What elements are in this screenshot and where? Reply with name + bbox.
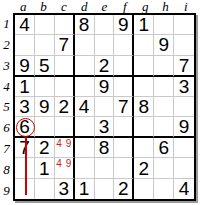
cell-c2[interactable]: 7 [55,35,75,55]
cell-c5[interactable]: 2 [55,97,75,117]
cell-d9[interactable]: 1 [75,179,95,199]
row-label-4: 4 [3,80,10,93]
cell-b6[interactable] [35,117,55,138]
column-label-b: b [40,0,47,13]
cell-h7[interactable]: 6 [154,138,174,158]
cell-a4[interactable]: 1 [15,77,35,97]
cell-a5[interactable]: 3 [15,97,35,117]
row-label-3: 3 [3,59,10,72]
cell-i1[interactable] [174,15,194,35]
pencil-marks-c7: 49 [55,139,73,149]
cell-c4[interactable] [55,77,75,97]
cell-i9[interactable]: 4 [174,179,194,199]
row-label-8: 8 [3,163,10,176]
cell-f6[interactable] [114,117,134,138]
cell-b3[interactable]: 5 [35,56,55,77]
cell-h9[interactable] [154,179,174,199]
cell-e7[interactable]: 8 [95,138,115,158]
column-label-h: h [162,0,169,13]
cell-b2[interactable] [35,35,55,55]
column-labels: abcdefghi [13,0,196,13]
column-label-c: c [61,0,67,13]
cell-e3[interactable]: 2 [95,56,115,77]
pencil-mark: 4 [56,139,62,149]
row-label-5: 5 [3,100,10,113]
cell-i3[interactable]: 7 [174,56,194,77]
cell-g1[interactable]: 1 [134,15,154,35]
pencil-mark: 4 [56,159,62,169]
cell-h5[interactable] [154,97,174,117]
cell-b1[interactable] [35,15,55,35]
cell-i5[interactable] [174,97,194,117]
cell-h4[interactable] [154,77,174,97]
cell-b7[interactable]: 2 [35,138,55,158]
cell-e6[interactable]: 3 [95,117,115,138]
cell-c8[interactable]: 49 [55,158,75,178]
cell-d4[interactable] [75,77,95,97]
cell-e8[interactable] [95,158,115,178]
column-label-a: a [20,0,27,13]
cell-i7[interactable] [174,138,194,158]
cell-f2[interactable] [114,35,134,55]
column-label-f: f [123,0,127,13]
cell-g8[interactable]: 2 [134,158,154,178]
column-label-d: d [81,0,88,13]
cell-a9[interactable] [15,179,35,199]
cell-h2[interactable]: 9 [154,35,174,55]
cell-c9[interactable]: 3 [55,179,75,199]
cell-d5[interactable]: 4 [75,97,95,117]
column-label-g: g [142,0,149,13]
cell-f4[interactable] [114,77,134,97]
cell-h3[interactable] [154,56,174,77]
cell-h8[interactable] [154,158,174,178]
cell-e5[interactable] [95,97,115,117]
cell-a8[interactable] [15,158,35,178]
column-label-i: i [184,0,188,13]
cell-b5[interactable]: 9 [35,97,55,117]
cell-b8[interactable]: 1 [35,158,55,178]
cell-a3[interactable]: 9 [15,56,35,77]
cell-e4[interactable]: 9 [95,77,115,97]
cell-a6[interactable]: 6 [15,117,35,138]
row-label-6: 6 [3,121,10,134]
cell-f1[interactable]: 9 [114,15,134,35]
cell-g6[interactable] [134,117,154,138]
cell-g7[interactable] [134,138,154,158]
cell-d1[interactable]: 8 [75,15,95,35]
cell-c3[interactable] [55,56,75,77]
row-label-1: 1 [3,17,10,30]
cell-i4[interactable]: 3 [174,77,194,97]
cell-i2[interactable] [174,35,194,55]
cell-g3[interactable] [134,56,154,77]
cell-d8[interactable] [75,158,95,178]
cell-b4[interactable] [35,77,55,97]
cell-g5[interactable]: 8 [134,97,154,117]
cell-c1[interactable] [55,15,75,35]
pencil-marks-c8: 49 [55,159,73,169]
cell-e1[interactable] [95,15,115,35]
row-label-9: 9 [3,184,10,197]
cell-a7[interactable]: 7 [15,138,35,158]
cell-h1[interactable] [154,15,174,35]
cell-g9[interactable] [134,179,154,199]
cell-f9[interactable]: 2 [114,179,134,199]
cell-e2[interactable] [95,35,115,55]
cell-c7[interactable]: 49 [55,138,75,158]
cell-g4[interactable] [134,77,154,97]
cell-c6[interactable] [55,117,75,138]
column-label-e: e [102,0,108,13]
cell-f7[interactable] [114,138,134,158]
cell-f5[interactable]: 7 [114,97,134,117]
pencil-mark: 9 [66,139,72,149]
cell-d3[interactable] [75,56,95,77]
pencil-mark: 9 [66,159,72,169]
cell-a2[interactable] [15,35,35,55]
cell-d7[interactable] [75,138,95,158]
row-label-2: 2 [3,38,10,51]
row-labels: 123456789 [0,13,13,201]
cell-a1[interactable]: 4 [15,15,35,35]
row-label-7: 7 [3,142,10,155]
cell-f8[interactable] [114,158,134,178]
sudoku-grid: 489179952719339247863972498614923124 [13,13,196,201]
cell-h6[interactable] [154,117,174,138]
cell-e9[interactable] [95,179,115,199]
cell-i6[interactable]: 9 [174,117,194,138]
cell-b9[interactable] [35,179,55,199]
cell-g2[interactable] [134,35,154,55]
cell-d2[interactable] [75,35,95,55]
sudoku-board: abcdefghi 123456789 48917995271933924786… [0,0,200,205]
cell-i8[interactable] [174,158,194,178]
cell-f3[interactable] [114,56,134,77]
cell-d6[interactable] [75,117,95,138]
